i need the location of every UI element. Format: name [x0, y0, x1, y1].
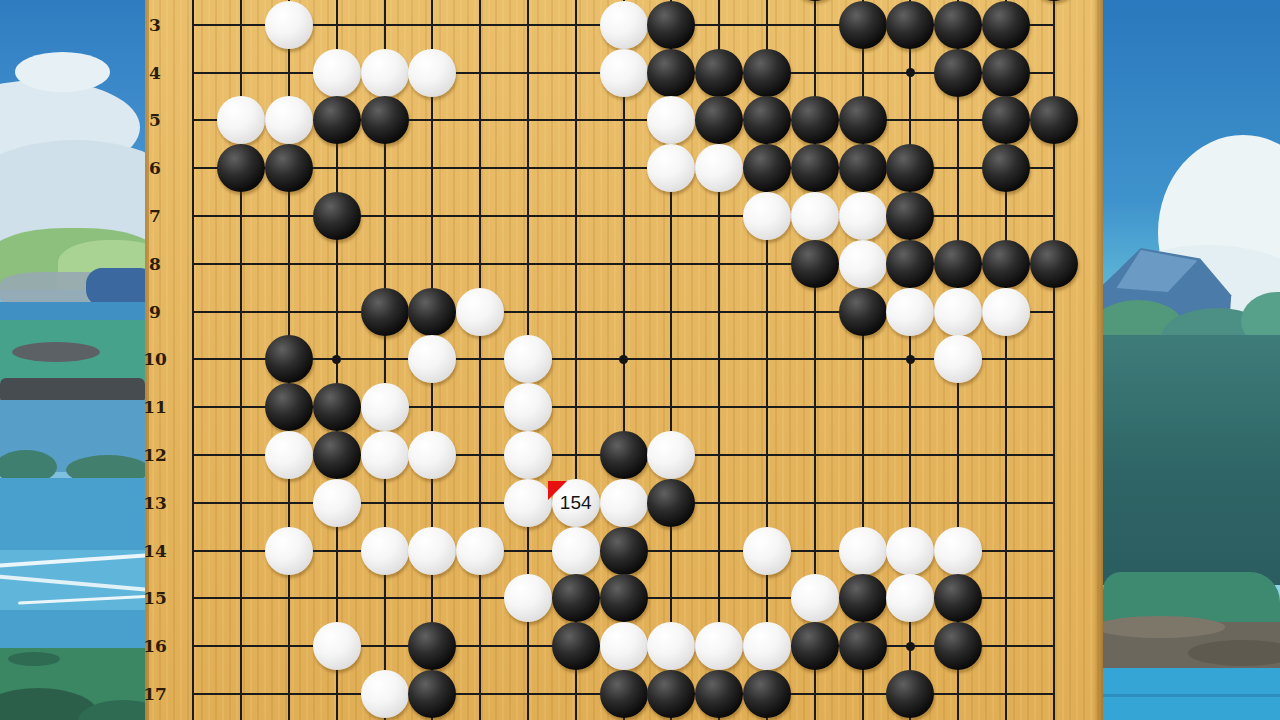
- white-stone: [408, 335, 456, 383]
- white-stone: [408, 431, 456, 479]
- row-label: 7: [145, 205, 172, 227]
- black-stone: [600, 527, 648, 575]
- white-stone: [265, 1, 313, 49]
- row-label: 4: [145, 62, 172, 84]
- white-stone: [456, 288, 504, 336]
- white-stone: [695, 622, 743, 670]
- black-stone: [313, 431, 361, 479]
- rock-shape: [12, 342, 100, 362]
- white-stone: [647, 96, 695, 144]
- white-stone: [600, 49, 648, 97]
- black-stone: [695, 49, 743, 97]
- row-label: 10: [145, 348, 172, 370]
- black-stone: [743, 96, 791, 144]
- black-stone: [695, 96, 743, 144]
- star-point: [906, 68, 915, 77]
- background-left-landscape: [0, 0, 145, 720]
- white-stone: [886, 288, 934, 336]
- black-stone: [361, 96, 409, 144]
- white-stone: [504, 431, 552, 479]
- white-stone: [408, 49, 456, 97]
- row-label: 8: [145, 253, 172, 275]
- black-stone: [886, 240, 934, 288]
- black-stone: [361, 288, 409, 336]
- white-stone: [361, 49, 409, 97]
- white-stone: [934, 527, 982, 575]
- lake-band: [0, 610, 145, 652]
- white-stone: [743, 622, 791, 670]
- cloud-shape: [15, 52, 110, 92]
- black-stone: [313, 96, 361, 144]
- forest-band: [1103, 335, 1280, 585]
- row-label: 5: [145, 109, 172, 131]
- white-stone: [265, 527, 313, 575]
- black-stone: [265, 383, 313, 431]
- black-stone: [839, 144, 887, 192]
- row-label: 15: [145, 587, 172, 609]
- white-stone: [361, 431, 409, 479]
- row-label: 3: [145, 14, 172, 36]
- black-stone: [791, 0, 839, 1]
- black-stone: [886, 1, 934, 49]
- row-label: 6: [145, 157, 172, 179]
- black-stone: [647, 1, 695, 49]
- white-stone: [839, 240, 887, 288]
- white-stone: [839, 527, 887, 575]
- black-stone: [408, 288, 456, 336]
- white-stone: [313, 479, 361, 527]
- white-stone: [886, 527, 934, 575]
- move-number: 154: [552, 479, 600, 527]
- last-move-stone: 154: [552, 479, 600, 527]
- black-stone: [839, 96, 887, 144]
- black-stone: [934, 574, 982, 622]
- black-stone: [1030, 0, 1078, 1]
- white-stone: [504, 479, 552, 527]
- black-stone: [265, 144, 313, 192]
- row-label: 13: [145, 492, 172, 514]
- white-stone: [695, 144, 743, 192]
- white-stone: [361, 383, 409, 431]
- white-stone: [791, 574, 839, 622]
- black-stone: [743, 49, 791, 97]
- white-stone: [791, 192, 839, 240]
- black-stone: [934, 240, 982, 288]
- white-stone: [361, 527, 409, 575]
- white-stone: [456, 527, 504, 575]
- black-stone: [552, 622, 600, 670]
- row-label: 12: [145, 444, 172, 466]
- black-stone: [791, 622, 839, 670]
- row-label: 9: [145, 301, 172, 323]
- white-stone: [361, 670, 409, 718]
- black-stone: [982, 1, 1030, 49]
- white-stone: [839, 192, 887, 240]
- black-stone: [600, 670, 648, 718]
- star-point: [332, 355, 341, 364]
- star-point: [906, 355, 915, 364]
- black-stone: [934, 1, 982, 49]
- white-stone: [504, 335, 552, 383]
- white-stone: [217, 96, 265, 144]
- white-stone: [313, 49, 361, 97]
- black-stone: [600, 431, 648, 479]
- black-stone: [743, 670, 791, 718]
- black-stone: [791, 240, 839, 288]
- black-stone: [647, 49, 695, 97]
- black-stone: [313, 383, 361, 431]
- white-stone: [934, 335, 982, 383]
- black-stone: [886, 670, 934, 718]
- black-stone: [839, 622, 887, 670]
- white-stone: [504, 383, 552, 431]
- black-stone: [886, 144, 934, 192]
- black-stone: [408, 670, 456, 718]
- black-stone: [791, 144, 839, 192]
- white-stone: [743, 527, 791, 575]
- black-stone: [1030, 96, 1078, 144]
- white-stone: [313, 622, 361, 670]
- black-stone: [982, 49, 1030, 97]
- dark-cloud-shape: [86, 268, 145, 306]
- star-point: [619, 355, 628, 364]
- white-stone: [552, 527, 600, 575]
- black-stone: [1030, 240, 1078, 288]
- white-stone: [982, 288, 1030, 336]
- black-stone: [934, 49, 982, 97]
- black-stone: [743, 144, 791, 192]
- white-stone: [647, 144, 695, 192]
- black-stone: [408, 622, 456, 670]
- black-stone: [695, 670, 743, 718]
- lake-band: [0, 478, 145, 554]
- black-stone: [934, 622, 982, 670]
- black-stone: [647, 670, 695, 718]
- go-board[interactable]: 34567891011121314151617154: [145, 0, 1103, 720]
- black-stone: [839, 288, 887, 336]
- white-stone: [408, 527, 456, 575]
- row-label: 17: [145, 683, 172, 705]
- water-band: [0, 302, 145, 322]
- white-stone: [647, 431, 695, 479]
- black-stone: [839, 574, 887, 622]
- black-stone: [265, 335, 313, 383]
- white-stone: [743, 192, 791, 240]
- white-stone: [265, 431, 313, 479]
- black-stone: [791, 96, 839, 144]
- background-right-landscape: [1103, 0, 1280, 720]
- white-stone: [600, 622, 648, 670]
- black-stone: [313, 192, 361, 240]
- star-point: [906, 642, 915, 651]
- white-stone: [886, 574, 934, 622]
- black-stone: [982, 144, 1030, 192]
- white-stone: [600, 479, 648, 527]
- white-stone: [600, 1, 648, 49]
- black-stone: [839, 1, 887, 49]
- black-stone: [217, 144, 265, 192]
- black-stone: [886, 192, 934, 240]
- black-stone: [647, 479, 695, 527]
- grass-shape: [8, 652, 60, 666]
- row-label: 16: [145, 635, 172, 657]
- white-stone: [265, 96, 313, 144]
- white-stone: [934, 288, 982, 336]
- black-stone: [982, 96, 1030, 144]
- row-label: 11: [145, 396, 172, 418]
- row-label: 14: [145, 540, 172, 562]
- black-stone: [600, 574, 648, 622]
- black-stone: [552, 574, 600, 622]
- wave-line: [1103, 694, 1280, 697]
- white-stone: [647, 622, 695, 670]
- black-stone: [982, 240, 1030, 288]
- white-stone: [504, 574, 552, 622]
